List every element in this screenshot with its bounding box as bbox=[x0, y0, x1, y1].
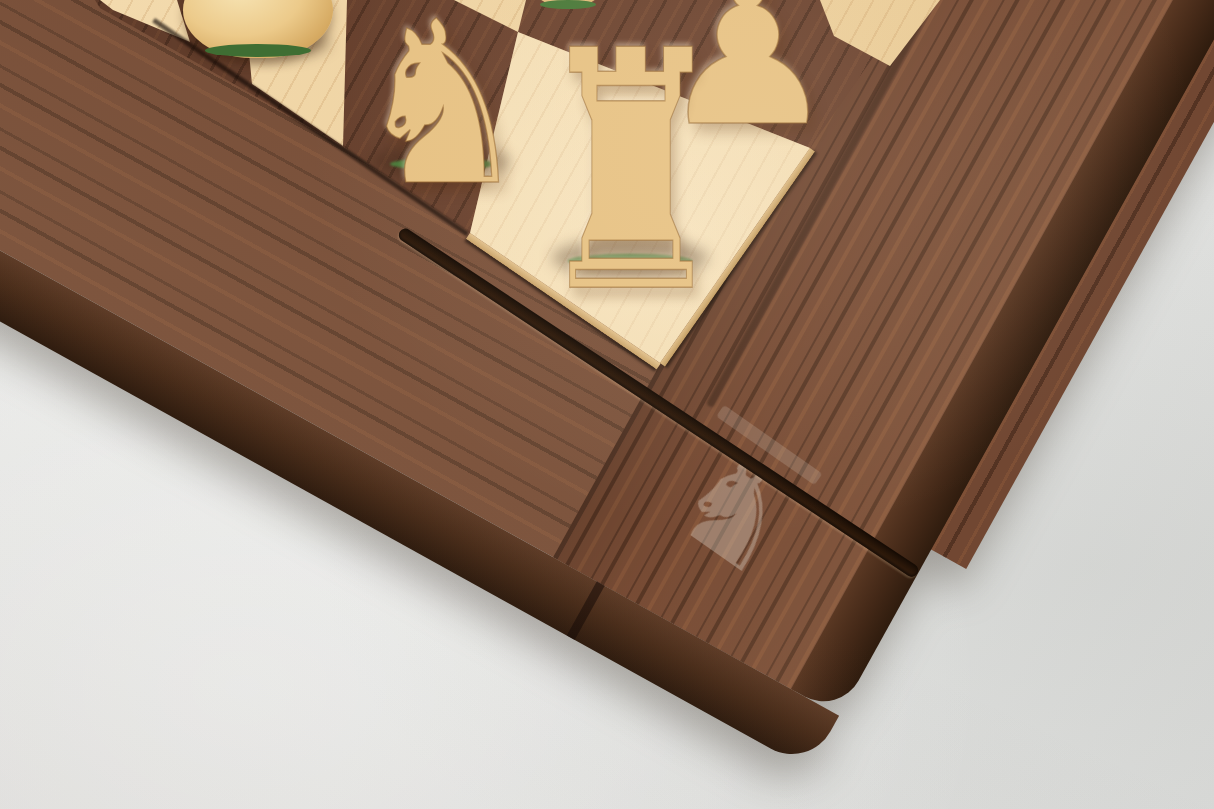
piece-white-knight-g1[interactable]: ♞ bbox=[345, 0, 541, 217]
piece-white-rook-h1[interactable]: ♜ bbox=[522, 8, 740, 338]
bishop-felt bbox=[205, 44, 311, 57]
pieces-layer: ♟ ♞ ♜ bbox=[0, 0, 1214, 809]
scene: ♞ ♟ ♞ ♜ bbox=[0, 0, 1214, 809]
